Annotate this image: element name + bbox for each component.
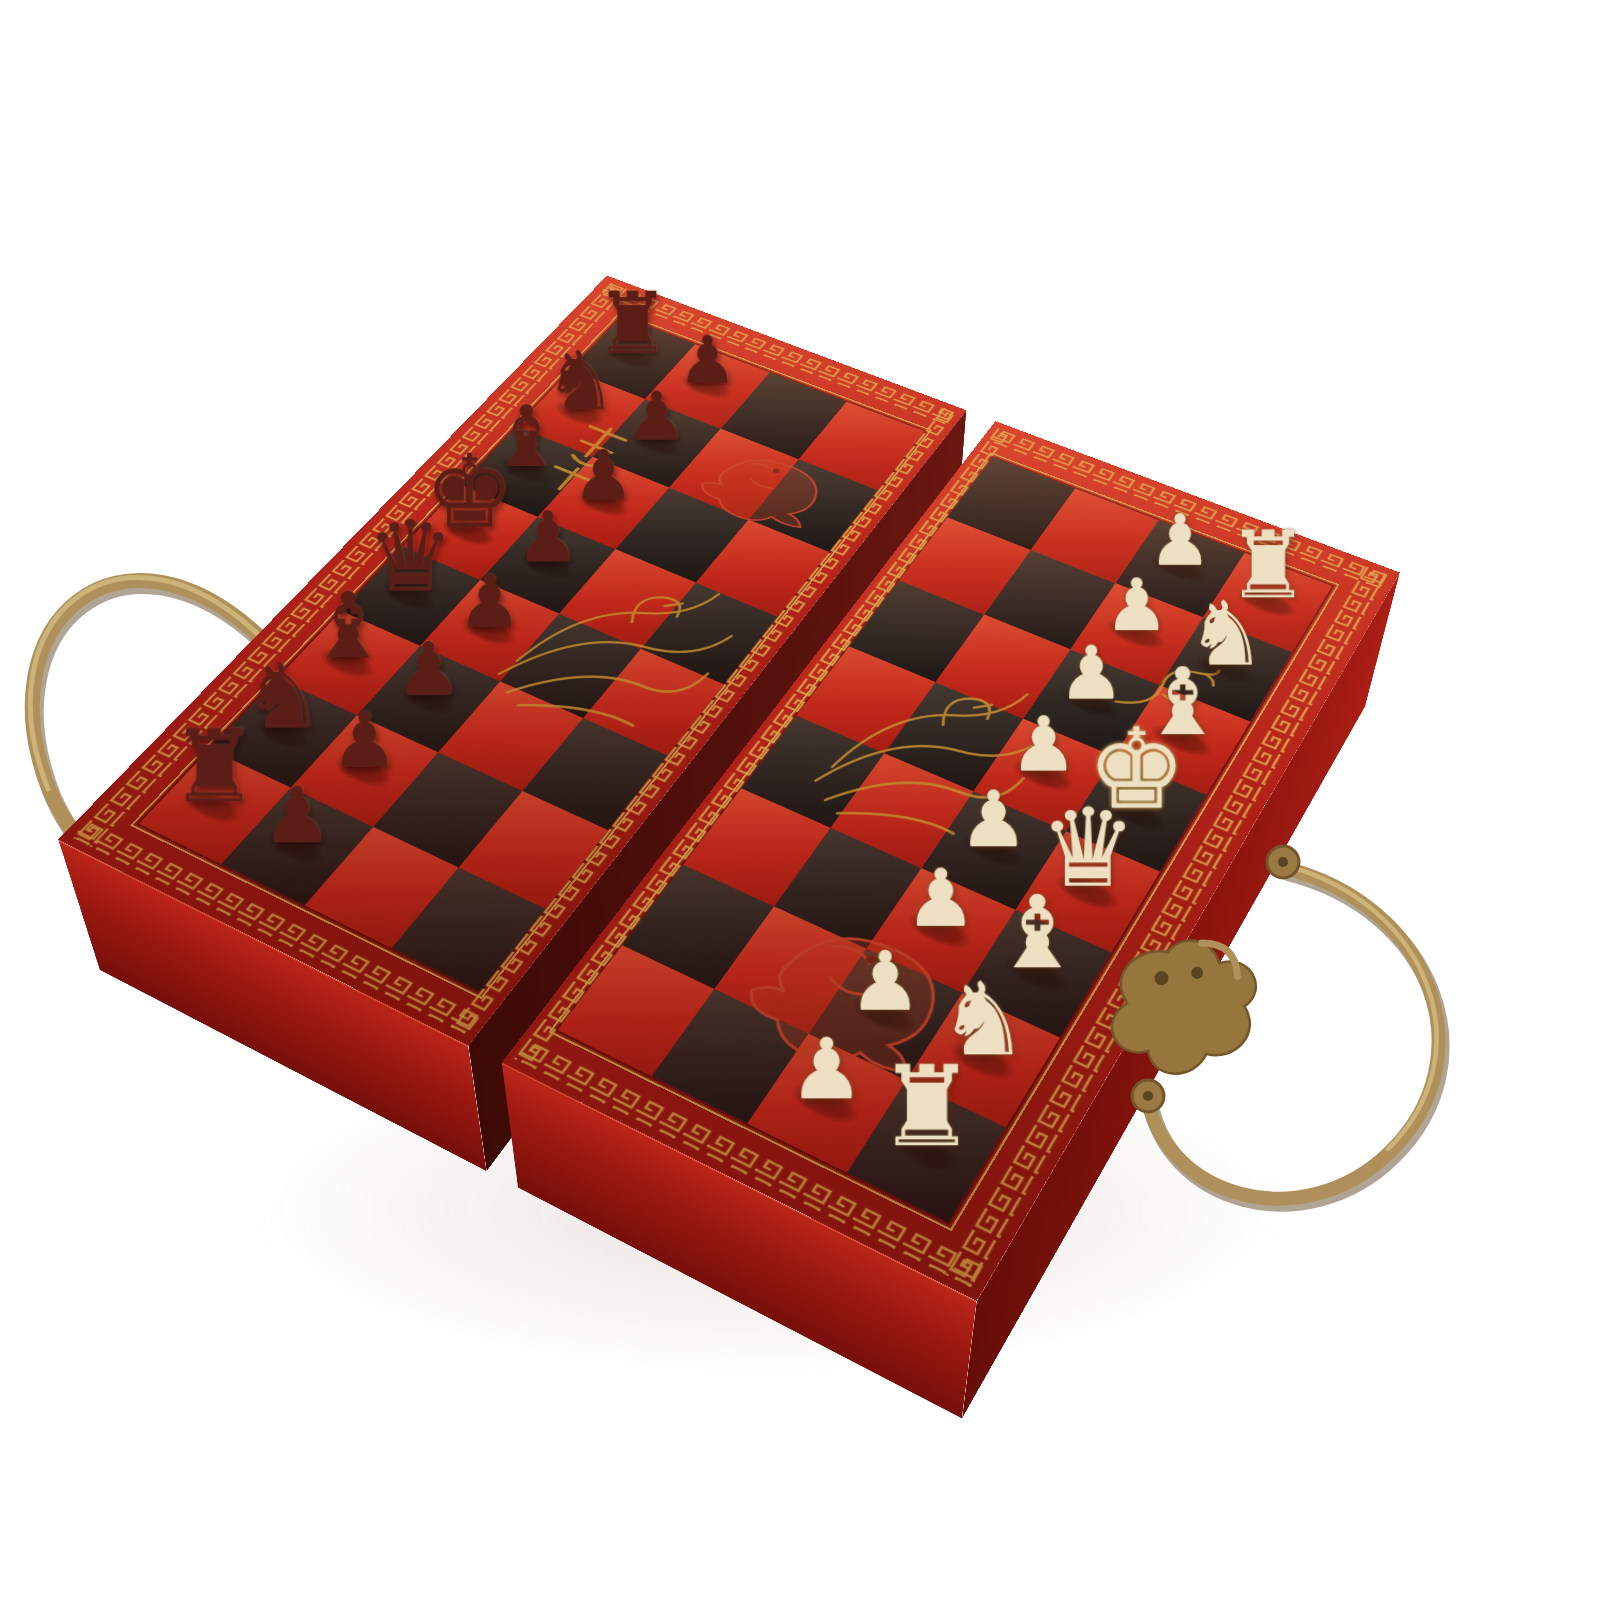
chess-box-scene: ♜♞♝♚♛♝♞♜♟♟♟♟♟♟♟♟ ♟♟♟♟♟♟♟♟♜♞♝♚♛♝♞♜ [0, 0, 1600, 1600]
